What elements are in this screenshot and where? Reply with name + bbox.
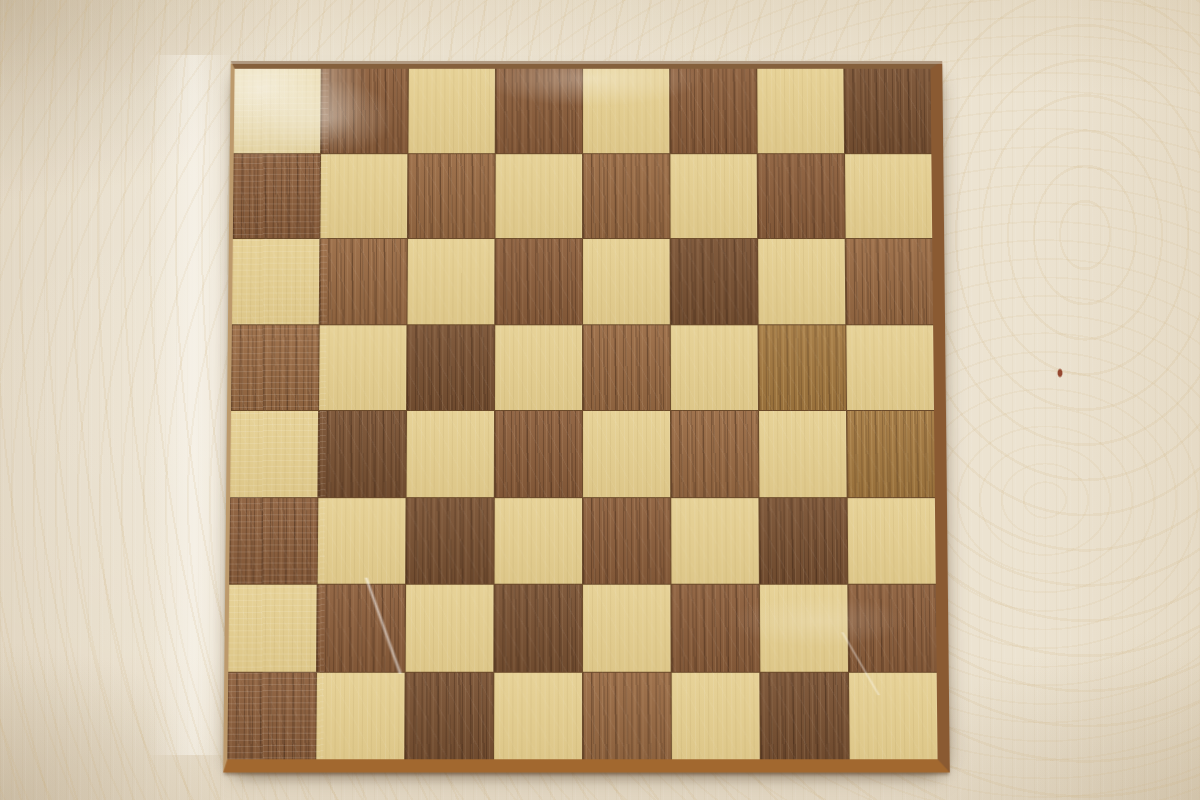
square-b6[interactable] [320, 239, 407, 324]
board-grid [227, 69, 937, 759]
square-f2[interactable] [671, 585, 759, 672]
square-g1[interactable] [760, 672, 848, 759]
square-e8[interactable] [583, 69, 669, 153]
square-g3[interactable] [759, 498, 847, 584]
square-e1[interactable] [583, 672, 671, 759]
square-g5[interactable] [759, 325, 846, 410]
square-d3[interactable] [495, 498, 582, 584]
square-e3[interactable] [583, 498, 670, 584]
square-d2[interactable] [494, 585, 582, 672]
square-b7[interactable] [320, 154, 407, 238]
square-b3[interactable] [318, 498, 406, 584]
square-h3[interactable] [848, 498, 936, 584]
square-d4[interactable] [495, 411, 582, 497]
square-e4[interactable] [583, 411, 670, 497]
square-h6[interactable] [846, 239, 933, 324]
square-d6[interactable] [495, 239, 582, 324]
square-b8[interactable] [321, 69, 408, 153]
square-g2[interactable] [760, 585, 848, 672]
square-a3[interactable] [229, 498, 317, 584]
square-g6[interactable] [758, 239, 845, 324]
square-c2[interactable] [406, 585, 494, 672]
square-g8[interactable] [757, 69, 844, 153]
square-f6[interactable] [671, 239, 758, 324]
square-c7[interactable] [408, 154, 495, 238]
square-e6[interactable] [583, 239, 670, 324]
square-a6[interactable] [232, 239, 319, 324]
square-h2[interactable] [848, 585, 936, 672]
square-b4[interactable] [318, 411, 406, 497]
photo-background [0, 0, 1200, 800]
square-e7[interactable] [583, 154, 670, 238]
square-a5[interactable] [231, 325, 319, 410]
square-a8[interactable] [234, 69, 321, 153]
square-d1[interactable] [494, 672, 582, 759]
square-g7[interactable] [758, 154, 845, 238]
square-f1[interactable] [672, 672, 760, 759]
square-c1[interactable] [405, 672, 493, 759]
square-c3[interactable] [406, 498, 494, 584]
square-h5[interactable] [846, 325, 934, 410]
square-d8[interactable] [496, 69, 582, 153]
square-h7[interactable] [845, 154, 932, 238]
square-f4[interactable] [671, 411, 758, 497]
square-h4[interactable] [847, 411, 935, 497]
square-h8[interactable] [844, 69, 931, 153]
square-b5[interactable] [319, 325, 406, 410]
square-f8[interactable] [670, 69, 757, 153]
square-c6[interactable] [407, 239, 494, 324]
square-f5[interactable] [671, 325, 758, 410]
square-f3[interactable] [671, 498, 759, 584]
chess-board [223, 61, 950, 773]
square-c8[interactable] [408, 69, 495, 153]
square-f7[interactable] [670, 154, 757, 238]
square-b1[interactable] [316, 672, 404, 759]
square-a7[interactable] [233, 154, 320, 238]
square-c4[interactable] [407, 411, 494, 497]
square-g4[interactable] [759, 411, 847, 497]
square-a1[interactable] [227, 672, 316, 759]
square-a2[interactable] [228, 585, 316, 672]
square-d7[interactable] [495, 154, 582, 238]
square-a4[interactable] [230, 411, 318, 497]
square-d5[interactable] [495, 325, 582, 410]
square-e5[interactable] [583, 325, 670, 410]
square-e2[interactable] [583, 585, 671, 672]
square-b2[interactable] [317, 585, 405, 672]
square-c5[interactable] [407, 325, 494, 410]
square-h1[interactable] [849, 672, 938, 759]
